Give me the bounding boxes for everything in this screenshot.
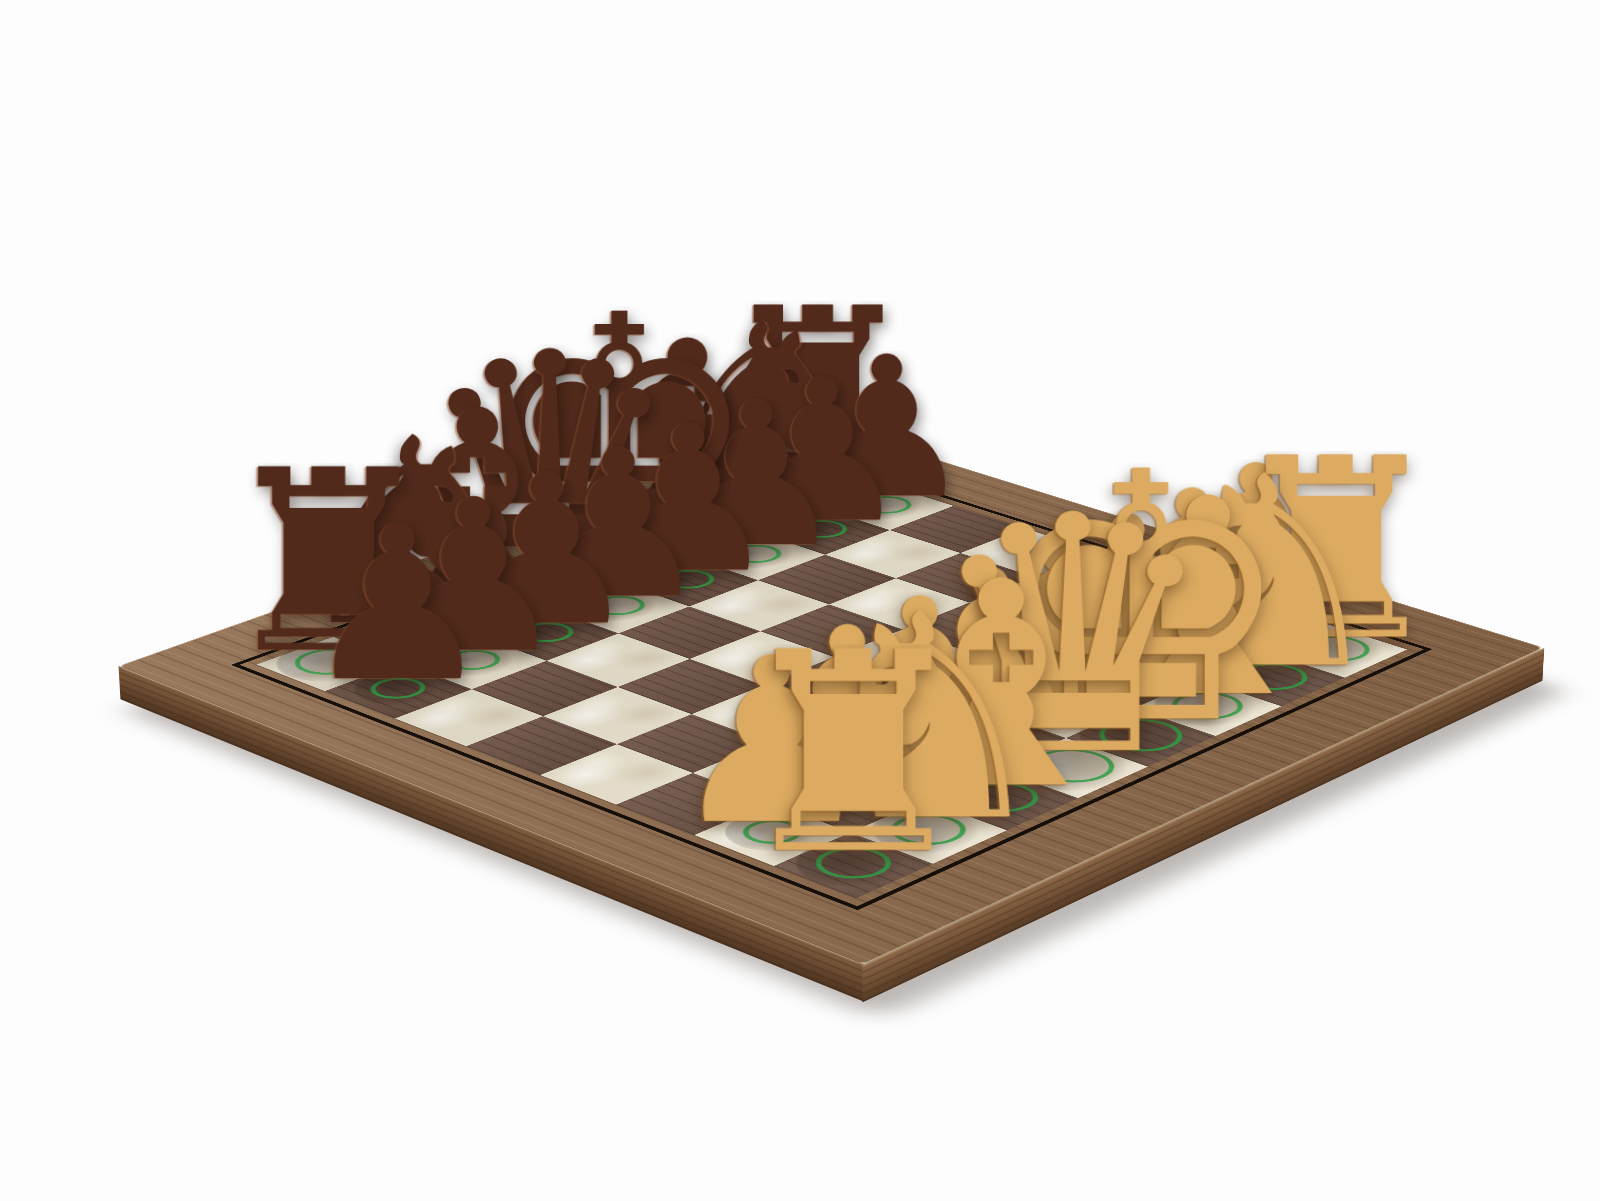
chess-board: ♜♞♝♛♚♝♞♜♟♟♟♟♟♟♟♟♟♟♟♟♟♟♟♟♜♞♝♛♚♝♞♜: [117, 421, 1545, 965]
black-pawn-icon: ♟: [302, 519, 494, 690]
white-rook-icon: ♜: [730, 644, 978, 865]
scene: ♜♞♝♛♚♝♞♜♟♟♟♟♟♟♟♟♟♟♟♟♟♟♟♟♜♞♝♛♚♝♞♜: [0, 0, 1600, 1201]
